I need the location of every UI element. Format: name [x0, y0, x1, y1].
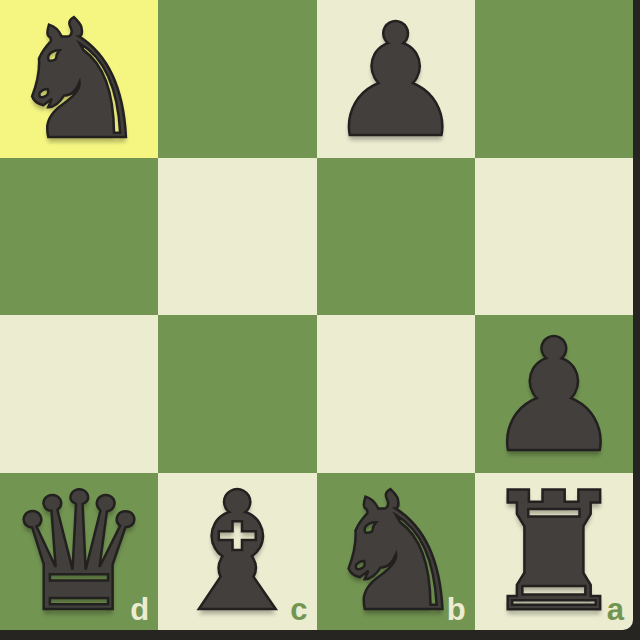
square-a5[interactable]: [475, 0, 633, 158]
square-d5[interactable]: ♞: [0, 0, 158, 158]
black-pawn-piece[interactable]: ♟: [475, 317, 633, 475]
square-b5[interactable]: ♟: [317, 0, 475, 158]
square-a8[interactable]: ♜a: [475, 473, 633, 631]
page-background: { "game": "chess", "perspective": "black…: [0, 0, 640, 640]
square-a7[interactable]: ♟: [475, 315, 633, 473]
square-a6[interactable]: [475, 158, 633, 316]
square-c6[interactable]: [158, 158, 316, 316]
black-rook-piece[interactable]: ♜: [475, 475, 633, 631]
black-bishop-piece[interactable]: ♝: [158, 475, 316, 631]
black-knight-piece[interactable]: ♞: [0, 2, 158, 160]
square-c7[interactable]: [158, 315, 316, 473]
black-pawn-piece[interactable]: ♟: [317, 2, 475, 160]
square-b7[interactable]: [317, 315, 475, 473]
square-b6[interactable]: [317, 158, 475, 316]
square-c5[interactable]: [158, 0, 316, 158]
square-b8[interactable]: ♞b: [317, 473, 475, 631]
square-d6[interactable]: [0, 158, 158, 316]
square-d7[interactable]: [0, 315, 158, 473]
chess-board: ♞♟♟♛d♝c♞b♜a: [0, 0, 633, 630]
square-d8[interactable]: ♛d: [0, 473, 158, 631]
square-c8[interactable]: ♝c: [158, 473, 316, 631]
black-queen-piece[interactable]: ♛: [0, 475, 158, 631]
black-knight-piece[interactable]: ♞: [317, 475, 475, 631]
